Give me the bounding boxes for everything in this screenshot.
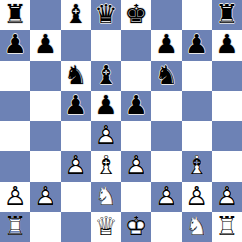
- square-c5[interactable]: ♟: [61, 91, 91, 121]
- square-h4[interactable]: [212, 121, 242, 151]
- white-bishop[interactable]: ♝♗: [182, 151, 212, 181]
- white-rook[interactable]: ♜♖: [212, 212, 242, 242]
- black-queen[interactable]: ♛: [91, 0, 121, 30]
- black-pawn-glyph: ♟: [3, 31, 26, 57]
- white-rook[interactable]: ♜♖: [0, 212, 30, 242]
- black-rook[interactable]: ♜: [0, 0, 30, 30]
- white-rook-outline: ♖: [215, 213, 238, 239]
- square-b2[interactable]: ♟♙: [30, 182, 60, 212]
- square-f7[interactable]: ♟: [151, 30, 181, 60]
- black-rook-glyph: ♜: [3, 1, 26, 27]
- white-pawn[interactable]: ♟♙: [212, 182, 242, 212]
- square-b3[interactable]: [30, 151, 60, 181]
- black-pawn[interactable]: ♟: [30, 30, 60, 60]
- black-queen-glyph: ♛: [94, 1, 117, 27]
- white-king[interactable]: ♚♔: [121, 212, 151, 242]
- white-pawn[interactable]: ♟♙: [0, 182, 30, 212]
- white-pawn[interactable]: ♟♙: [30, 182, 60, 212]
- white-queen-outline: ♕: [94, 213, 117, 239]
- white-pawn[interactable]: ♟♙: [182, 182, 212, 212]
- square-g8[interactable]: [182, 0, 212, 30]
- black-bishop-glyph: ♝: [94, 62, 117, 88]
- black-knight[interactable]: ♞: [61, 61, 91, 91]
- square-a7[interactable]: ♟: [0, 30, 30, 60]
- black-king-glyph: ♚: [124, 1, 147, 27]
- square-g1[interactable]: ♞♘: [182, 212, 212, 242]
- square-g6[interactable]: [182, 61, 212, 91]
- white-king-outline: ♔: [124, 213, 147, 239]
- square-a8[interactable]: ♜: [0, 0, 30, 30]
- square-d5[interactable]: ♟: [91, 91, 121, 121]
- square-c3[interactable]: ♟♙: [61, 151, 91, 181]
- chess-board: ♜♝♛♚♜♟♟♟♟♟♞♝♞♟♟♟♟♙♟♙♝♗♟♙♝♗♟♙♟♙♞♘♟♙♟♙♟♙♜♖…: [0, 0, 242, 242]
- square-a5[interactable]: [0, 91, 30, 121]
- square-d7[interactable]: [91, 30, 121, 60]
- square-e4[interactable]: [121, 121, 151, 151]
- black-pawn[interactable]: ♟: [61, 91, 91, 121]
- white-pawn-outline: ♙: [64, 152, 87, 178]
- black-pawn-glyph: ♟: [64, 92, 87, 118]
- black-pawn[interactable]: ♟: [121, 91, 151, 121]
- square-b4[interactable]: [30, 121, 60, 151]
- black-rook[interactable]: ♜: [212, 0, 242, 30]
- square-g4[interactable]: [182, 121, 212, 151]
- black-king[interactable]: ♚: [121, 0, 151, 30]
- white-bishop[interactable]: ♝♗: [91, 151, 121, 181]
- square-h6[interactable]: [212, 61, 242, 91]
- white-pawn-outline: ♙: [34, 183, 57, 209]
- black-knight[interactable]: ♞: [151, 61, 181, 91]
- square-d2[interactable]: ♞♘: [91, 182, 121, 212]
- square-h1[interactable]: ♜♖: [212, 212, 242, 242]
- white-pawn[interactable]: ♟♙: [61, 151, 91, 181]
- black-bishop[interactable]: ♝: [91, 61, 121, 91]
- black-pawn-glyph: ♟: [215, 31, 238, 57]
- square-b1[interactable]: [30, 212, 60, 242]
- white-pawn[interactable]: ♟♙: [91, 121, 121, 151]
- black-pawn[interactable]: ♟: [91, 91, 121, 121]
- square-g2[interactable]: ♟♙: [182, 182, 212, 212]
- square-d6[interactable]: ♝: [91, 61, 121, 91]
- square-a2[interactable]: ♟♙: [0, 182, 30, 212]
- white-pawn[interactable]: ♟♙: [121, 151, 151, 181]
- square-f4[interactable]: [151, 121, 181, 151]
- square-e6[interactable]: [121, 61, 151, 91]
- square-h8[interactable]: ♜: [212, 0, 242, 30]
- square-c4[interactable]: [61, 121, 91, 151]
- square-a4[interactable]: [0, 121, 30, 151]
- square-c6[interactable]: ♞: [61, 61, 91, 91]
- black-pawn[interactable]: ♟: [182, 30, 212, 60]
- black-bishop[interactable]: ♝: [61, 0, 91, 30]
- square-b8[interactable]: [30, 0, 60, 30]
- white-pawn-outline: ♙: [3, 183, 26, 209]
- black-pawn-glyph: ♟: [94, 92, 117, 118]
- white-knight[interactable]: ♞♘: [91, 182, 121, 212]
- square-d1[interactable]: ♛♕: [91, 212, 121, 242]
- square-h7[interactable]: ♟: [212, 30, 242, 60]
- white-bishop-outline: ♗: [185, 152, 208, 178]
- square-a1[interactable]: ♜♖: [0, 212, 30, 242]
- square-f5[interactable]: [151, 91, 181, 121]
- white-pawn-outline: ♙: [185, 183, 208, 209]
- square-g7[interactable]: ♟: [182, 30, 212, 60]
- black-pawn-glyph: ♟: [34, 31, 57, 57]
- square-b7[interactable]: ♟: [30, 30, 60, 60]
- square-g5[interactable]: [182, 91, 212, 121]
- white-queen[interactable]: ♛♕: [91, 212, 121, 242]
- black-pawn-glyph: ♟: [185, 31, 208, 57]
- black-pawn[interactable]: ♟: [151, 30, 181, 60]
- square-f3[interactable]: [151, 151, 181, 181]
- square-f6[interactable]: ♞: [151, 61, 181, 91]
- black-rook-glyph: ♜: [215, 1, 238, 27]
- black-knight-glyph: ♞: [155, 62, 178, 88]
- square-e5[interactable]: ♟: [121, 91, 151, 121]
- square-e1[interactable]: ♚♔: [121, 212, 151, 242]
- white-knight-outline: ♘: [185, 213, 208, 239]
- black-pawn[interactable]: ♟: [0, 30, 30, 60]
- white-rook-outline: ♖: [3, 213, 26, 239]
- square-a6[interactable]: [0, 61, 30, 91]
- square-b5[interactable]: [30, 91, 60, 121]
- black-pawn-glyph: ♟: [155, 31, 178, 57]
- square-d3[interactable]: ♝♗: [91, 151, 121, 181]
- black-pawn[interactable]: ♟: [212, 30, 242, 60]
- square-a3[interactable]: [0, 151, 30, 181]
- white-pawn-outline: ♙: [215, 183, 238, 209]
- square-d8[interactable]: ♛: [91, 0, 121, 30]
- square-h2[interactable]: ♟♙: [212, 182, 242, 212]
- square-g3[interactable]: ♝♗: [182, 151, 212, 181]
- white-knight[interactable]: ♞♘: [182, 212, 212, 242]
- black-knight-glyph: ♞: [64, 62, 87, 88]
- square-d4[interactable]: ♟♙: [91, 121, 121, 151]
- square-e8[interactable]: ♚: [121, 0, 151, 30]
- white-knight-outline: ♘: [94, 183, 117, 209]
- white-bishop-outline: ♗: [94, 152, 117, 178]
- square-f2[interactable]: ♟♙: [151, 182, 181, 212]
- white-pawn-outline: ♙: [155, 183, 178, 209]
- square-h3[interactable]: [212, 151, 242, 181]
- square-b6[interactable]: [30, 61, 60, 91]
- square-f1[interactable]: [151, 212, 181, 242]
- square-c1[interactable]: [61, 212, 91, 242]
- square-f8[interactable]: [151, 0, 181, 30]
- white-pawn-outline: ♙: [94, 122, 117, 148]
- black-bishop-glyph: ♝: [64, 1, 87, 27]
- square-c8[interactable]: ♝: [61, 0, 91, 30]
- square-e2[interactable]: [121, 182, 151, 212]
- black-pawn-glyph: ♟: [124, 92, 147, 118]
- square-e7[interactable]: [121, 30, 151, 60]
- square-h5[interactable]: [212, 91, 242, 121]
- square-c7[interactable]: [61, 30, 91, 60]
- white-pawn[interactable]: ♟♙: [151, 182, 181, 212]
- square-c2[interactable]: [61, 182, 91, 212]
- square-e3[interactable]: ♟♙: [121, 151, 151, 181]
- white-pawn-outline: ♙: [124, 152, 147, 178]
